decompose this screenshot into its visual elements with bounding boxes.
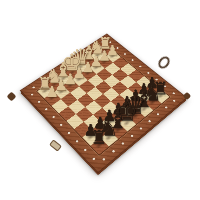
inlay-dot bbox=[131, 59, 134, 61]
inlay-dot bbox=[67, 131, 70, 134]
inlay-dot bbox=[121, 142, 124, 145]
inlay-dot bbox=[52, 116, 55, 119]
inlay-dot bbox=[148, 120, 151, 123]
inlay-dot bbox=[156, 113, 159, 116]
board-grid: ♜♞♝♛♚♝♞♜♟♟♟♟♟♟♟♟♟♟♟♟♟♟♟♟♜♞♝♛♚♝♞♜ bbox=[37, 45, 169, 154]
inlay-dot bbox=[32, 86, 35, 89]
inlay-dot bbox=[31, 93, 34, 96]
hinge-icon bbox=[7, 92, 17, 102]
chessboard: ♜♞♝♛♚♝♞♜♟♟♟♟♟♟♟♟♟♟♟♟♟♟♟♟♜♞♝♛♚♝♞♜ bbox=[20, 33, 188, 173]
square-h8[interactable]: ♜ bbox=[91, 138, 109, 154]
inlay-dot bbox=[102, 158, 106, 161]
inlay-dot bbox=[112, 150, 116, 153]
inlay-dot bbox=[165, 106, 168, 109]
black-rook-icon[interactable]: ♜ bbox=[91, 128, 108, 147]
inlay-dot bbox=[139, 65, 142, 67]
inlay-dot bbox=[75, 140, 78, 143]
inlay-dot bbox=[84, 148, 88, 151]
inlay-dot bbox=[59, 123, 62, 126]
inlay-dot bbox=[130, 134, 133, 137]
chess-set-photo: ♜♞♝♛♚♝♞♜♟♟♟♟♟♟♟♟♟♟♟♟♟♟♟♟♜♞♝♛♚♝♞♜ bbox=[0, 0, 200, 200]
inlay-dot bbox=[172, 92, 175, 95]
inlay-dot bbox=[92, 157, 96, 160]
inlay-dot bbox=[123, 53, 126, 55]
clasp-icon bbox=[49, 139, 62, 151]
inlay-dot bbox=[173, 99, 176, 102]
clasp-icon bbox=[156, 54, 172, 70]
board-frame: ♜♞♝♛♚♝♞♜♟♟♟♟♟♟♟♟♟♟♟♟♟♟♟♟♜♞♝♛♚♝♞♜ bbox=[20, 33, 188, 173]
inlay-dot bbox=[45, 108, 48, 111]
white-pawn-icon[interactable]: ♟ bbox=[45, 84, 58, 99]
inlay-dot bbox=[37, 101, 40, 104]
inlay-dot bbox=[139, 127, 142, 130]
